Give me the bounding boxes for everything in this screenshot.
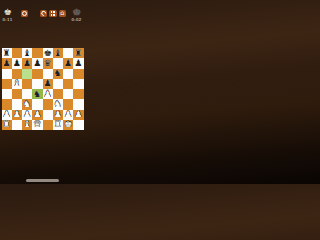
black-rook: ♜ xyxy=(74,48,82,57)
square-b5[interactable]: ♝ xyxy=(12,79,22,89)
square-h2[interactable]: ♟ xyxy=(73,110,83,120)
square-b2[interactable]: ♟ xyxy=(12,110,22,120)
white-pawn: ♟ xyxy=(23,110,31,119)
black-pawn: ♟ xyxy=(64,59,72,68)
black-pawn: ♟ xyxy=(33,59,41,68)
black-king: ♚ xyxy=(44,48,52,57)
square-b3[interactable] xyxy=(12,99,22,109)
square-a6[interactable] xyxy=(2,69,12,79)
square-f7[interactable] xyxy=(53,58,63,68)
home-button[interactable]: ⌂ xyxy=(59,10,67,18)
square-a7[interactable]: ♟ xyxy=(2,58,12,68)
white-queen: ♛ xyxy=(33,120,41,129)
black-pawn: ♟ xyxy=(44,79,52,88)
square-d5[interactable] xyxy=(32,79,42,89)
square-h5[interactable] xyxy=(73,79,83,89)
circle-button[interactable] xyxy=(21,10,29,18)
black-rook: ♜ xyxy=(3,48,11,57)
square-f3[interactable]: ♞ xyxy=(53,99,63,109)
circular-arrow-icon xyxy=(39,9,47,17)
black-pawn: ♟ xyxy=(13,59,21,68)
white-pawn: ♟ xyxy=(64,110,72,119)
square-g8[interactable] xyxy=(63,48,73,58)
square-g5[interactable] xyxy=(63,79,73,89)
white-pawn: ♟ xyxy=(3,110,11,119)
white-king-icon: ♚ xyxy=(1,7,14,17)
square-b4[interactable] xyxy=(12,89,22,99)
square-g7[interactable]: ♟ xyxy=(63,58,73,68)
square-d8[interactable] xyxy=(32,48,42,58)
square-g6[interactable] xyxy=(63,69,73,79)
square-g3[interactable] xyxy=(63,99,73,109)
square-d2[interactable]: ♟ xyxy=(32,110,42,120)
square-f6[interactable]: ♞ xyxy=(53,69,63,79)
square-a5[interactable] xyxy=(2,79,12,89)
white-pawn: ♟ xyxy=(33,110,41,119)
chess-board: ♜♝♚♝♜♟♟♟♟♛♟♟♞♝♟♞♟♞♞♟♟♟♟♟♟♟♜♝♛♜♚ xyxy=(2,48,84,130)
white-bishop: ♝ xyxy=(13,79,21,88)
black-bishop: ♝ xyxy=(23,48,31,57)
square-d1[interactable]: ♛ xyxy=(32,120,42,130)
square-d6[interactable] xyxy=(32,69,42,79)
black-knight: ♞ xyxy=(54,69,62,78)
square-h6[interactable] xyxy=(73,69,83,79)
square-e6[interactable] xyxy=(43,69,53,79)
white-pawn: ♟ xyxy=(74,110,82,119)
square-f4[interactable] xyxy=(53,89,63,99)
home-icon: ⌂ xyxy=(60,10,64,17)
square-g4[interactable] xyxy=(63,89,73,99)
square-a4[interactable] xyxy=(2,89,12,99)
square-g1[interactable]: ♚ xyxy=(63,120,73,130)
ring-icon xyxy=(22,11,27,16)
board-grid-button[interactable] xyxy=(49,10,57,18)
square-g2[interactable]: ♟ xyxy=(63,110,73,120)
white-knight: ♞ xyxy=(23,100,31,109)
square-c4[interactable] xyxy=(22,89,32,99)
grid-icon xyxy=(51,11,55,15)
square-a1[interactable]: ♜ xyxy=(2,120,12,130)
home-indicator[interactable] xyxy=(26,179,59,182)
square-a8[interactable]: ♜ xyxy=(2,48,12,58)
square-c8[interactable]: ♝ xyxy=(22,48,32,58)
black-pawn: ♟ xyxy=(74,59,82,68)
square-e7[interactable]: ♛ xyxy=(43,58,53,68)
square-e1[interactable] xyxy=(43,120,53,130)
square-d7[interactable]: ♟ xyxy=(32,58,42,68)
white-pawn: ♟ xyxy=(54,110,62,119)
black-pawn: ♟ xyxy=(3,59,11,68)
white-rook: ♜ xyxy=(3,120,11,129)
black-knight: ♞ xyxy=(33,89,41,98)
square-d4[interactable]: ♞ xyxy=(32,89,42,99)
square-d3[interactable] xyxy=(32,99,42,109)
square-a3[interactable] xyxy=(2,99,12,109)
square-f5[interactable] xyxy=(53,79,63,89)
square-f2[interactable]: ♟ xyxy=(53,110,63,120)
square-h4[interactable] xyxy=(73,89,83,99)
square-h7[interactable]: ♟ xyxy=(73,58,83,68)
black-player-clock: ♚ 0:02 xyxy=(70,7,83,22)
black-queen: ♛ xyxy=(44,59,52,68)
white-bishop: ♝ xyxy=(23,120,31,129)
square-e5[interactable]: ♟ xyxy=(43,79,53,89)
square-f8[interactable]: ♝ xyxy=(53,48,63,58)
square-e3[interactable] xyxy=(43,99,53,109)
white-king: ♚ xyxy=(64,120,72,129)
square-b6[interactable] xyxy=(12,69,22,79)
white-rook: ♜ xyxy=(54,120,62,129)
square-c1[interactable]: ♝ xyxy=(22,120,32,130)
white-knight: ♞ xyxy=(54,100,62,109)
square-e4[interactable]: ♟ xyxy=(43,89,53,99)
square-h8[interactable]: ♜ xyxy=(73,48,83,58)
restart-button[interactable] xyxy=(40,10,48,18)
black-pawn: ♟ xyxy=(23,59,31,68)
white-time: 0:11 xyxy=(1,18,14,22)
square-b8[interactable] xyxy=(12,48,22,58)
square-b1[interactable] xyxy=(12,120,22,130)
white-pawn: ♟ xyxy=(44,89,52,98)
square-e2[interactable] xyxy=(43,110,53,120)
square-c2[interactable]: ♟ xyxy=(22,110,32,120)
top-bar: ♚ 0:11 ⌂ ♚ 0:02 xyxy=(0,0,85,26)
square-c5[interactable] xyxy=(22,79,32,89)
square-c7[interactable]: ♟ xyxy=(22,58,32,68)
square-b7[interactable]: ♟ xyxy=(12,58,22,68)
square-c6[interactable] xyxy=(22,69,32,79)
square-h3[interactable] xyxy=(73,99,83,109)
square-f1[interactable]: ♜ xyxy=(53,120,63,130)
square-e8[interactable]: ♚ xyxy=(43,48,53,58)
black-time: 0:02 xyxy=(70,18,83,22)
white-pawn: ♟ xyxy=(13,110,21,119)
square-c3[interactable]: ♞ xyxy=(22,99,32,109)
black-king-icon: ♚ xyxy=(70,7,83,17)
white-player-clock: ♚ 0:11 xyxy=(1,7,14,22)
black-bishop: ♝ xyxy=(54,48,62,57)
square-h1[interactable] xyxy=(73,120,83,130)
square-a2[interactable]: ♟ xyxy=(2,110,12,120)
